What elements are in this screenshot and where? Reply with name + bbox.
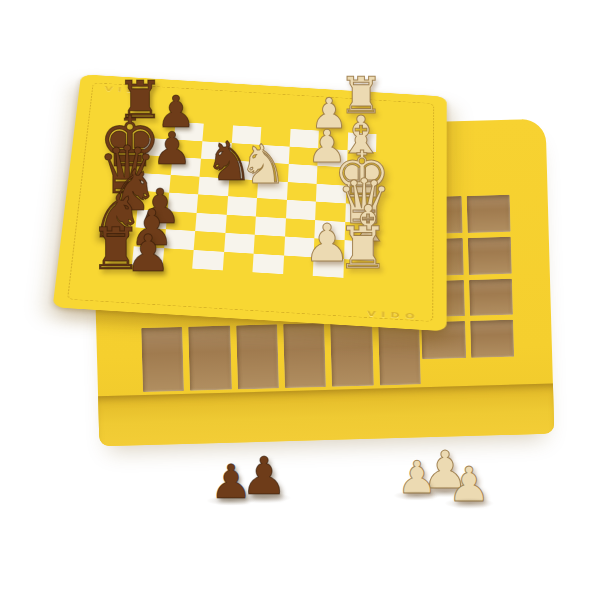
light-knight-d5[interactable]: ♞ bbox=[239, 138, 287, 192]
felt-compartment bbox=[283, 323, 326, 388]
loose-light-pawn[interactable]: ♟ bbox=[447, 460, 490, 508]
felt-compartment bbox=[236, 324, 279, 389]
square-c3[interactable] bbox=[195, 213, 226, 233]
box-front-face bbox=[98, 384, 554, 447]
square-d4[interactable] bbox=[226, 196, 257, 216]
felt-compartment bbox=[467, 236, 512, 274]
square-c4[interactable] bbox=[197, 194, 228, 214]
felt-compartment bbox=[378, 320, 421, 385]
felt-compartment bbox=[466, 195, 511, 233]
loose-dark-pawn[interactable]: ♟ bbox=[210, 458, 252, 505]
square-c2[interactable] bbox=[194, 231, 225, 251]
felt-compartment bbox=[189, 326, 232, 391]
loose-light-pawn[interactable]: ♟ bbox=[397, 455, 437, 500]
dark-pawn-b1[interactable]: ♟ bbox=[125, 228, 171, 279]
square-e1[interactable] bbox=[252, 253, 283, 274]
felt-compartment bbox=[330, 322, 373, 387]
felt-compartment bbox=[470, 320, 515, 358]
square-c1[interactable] bbox=[192, 250, 223, 271]
felt-compartment bbox=[141, 327, 184, 392]
square-e4[interactable] bbox=[256, 198, 287, 218]
square-e2[interactable] bbox=[254, 235, 285, 255]
brand-logo: VIDO bbox=[367, 309, 420, 321]
square-d2[interactable] bbox=[224, 233, 255, 253]
scene: VIDO VIDO ♜♜♟♟♝♟♟♚♞♞♛♚♞♟♛♞♝♟♟♜♜♟♟♟♟♟♟ bbox=[0, 0, 600, 600]
square-e3[interactable] bbox=[255, 216, 286, 236]
light-rook-h1[interactable]: ♜ bbox=[337, 219, 389, 277]
box-front-compartments bbox=[141, 320, 421, 392]
square-f5[interactable] bbox=[286, 182, 316, 202]
square-d3[interactable] bbox=[225, 214, 256, 234]
square-d1[interactable] bbox=[222, 252, 253, 273]
felt-compartment bbox=[468, 278, 513, 316]
